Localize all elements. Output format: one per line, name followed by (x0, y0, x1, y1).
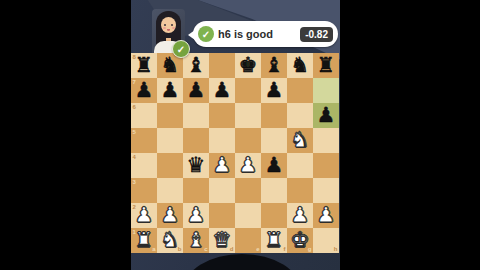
square-a5[interactable]: 5 (131, 128, 157, 153)
square-g2[interactable]: ♟ (287, 203, 313, 228)
square-d2[interactable] (209, 203, 235, 228)
square-d7[interactable]: ♟ (209, 78, 235, 103)
square-h6[interactable]: ♟ (313, 103, 339, 128)
square-f7[interactable]: ♟ (261, 78, 287, 103)
square-d3[interactable] (209, 178, 235, 203)
square-e3[interactable] (235, 178, 261, 203)
square-g4[interactable] (287, 153, 313, 178)
file-label-h: h (334, 246, 338, 252)
square-b4[interactable] (157, 153, 183, 178)
piece-white-pawn: ♟ (157, 203, 183, 228)
piece-black-queen: ♛ (183, 153, 209, 178)
square-e4[interactable]: ♟ (235, 153, 261, 178)
square-c4[interactable]: ♛ (183, 153, 209, 178)
piece-black-pawn: ♟ (183, 78, 209, 103)
piece-black-pawn: ♟ (313, 103, 339, 128)
move-check-badge-icon: ✓ (172, 40, 190, 58)
piece-white-rook: ♜ (131, 228, 157, 253)
square-b5[interactable] (157, 128, 183, 153)
square-b2[interactable]: ♟ (157, 203, 183, 228)
square-h8[interactable]: ♜ (313, 53, 339, 78)
piece-white-queen: ♛ (209, 228, 235, 253)
square-e2[interactable] (235, 203, 261, 228)
piece-black-king: ♚ (235, 53, 261, 78)
square-f5[interactable] (261, 128, 287, 153)
rank-label-3: 3 (133, 179, 136, 185)
piece-white-pawn: ♟ (131, 203, 157, 228)
piece-white-knight: ♞ (157, 228, 183, 253)
piece-white-bishop: ♝ (183, 228, 209, 253)
piece-white-king: ♚ (287, 228, 313, 253)
square-e5[interactable] (235, 128, 261, 153)
square-g6[interactable] (287, 103, 313, 128)
square-e1[interactable]: e (235, 228, 261, 253)
square-d6[interactable] (209, 103, 235, 128)
square-c8[interactable]: ♝ (183, 53, 209, 78)
square-d5[interactable] (209, 128, 235, 153)
square-g8[interactable]: ♞ (287, 53, 313, 78)
square-f1[interactable]: f♜ (261, 228, 287, 253)
piece-black-knight: ♞ (287, 53, 313, 78)
square-b6[interactable] (157, 103, 183, 128)
rank-label-4: 4 (133, 154, 136, 160)
piece-white-pawn: ♟ (287, 203, 313, 228)
square-e7[interactable] (235, 78, 261, 103)
avatar-blush (172, 27, 175, 29)
square-h2[interactable]: ♟ (313, 203, 339, 228)
piece-black-pawn: ♟ (261, 153, 287, 178)
avatar-eye (164, 24, 166, 26)
rank-label-6: 6 (133, 104, 136, 110)
piece-white-knight: ♞ (287, 128, 313, 153)
square-d1[interactable]: d♛ (209, 228, 235, 253)
evaluation-badge: -0.82 (300, 27, 333, 42)
square-c5[interactable] (183, 128, 209, 153)
square-b7[interactable]: ♟ (157, 78, 183, 103)
square-a3[interactable]: 3 (131, 178, 157, 203)
square-c7[interactable]: ♟ (183, 78, 209, 103)
square-g3[interactable] (287, 178, 313, 203)
avatar-eye (171, 24, 173, 26)
background-art (183, 254, 301, 270)
square-h5[interactable] (313, 128, 339, 153)
piece-black-rook: ♜ (313, 53, 339, 78)
square-h7[interactable] (313, 78, 339, 103)
square-f3[interactable] (261, 178, 287, 203)
piece-white-pawn: ♟ (209, 153, 235, 178)
square-c1[interactable]: c♝ (183, 228, 209, 253)
square-a2[interactable]: 2♟ (131, 203, 157, 228)
coach-speech-bubble: ✓ h6 is good -0.82 (193, 21, 338, 47)
square-a1[interactable]: 1a♜ (131, 228, 157, 253)
avatar-mouth (167, 29, 170, 31)
piece-black-bishop: ♝ (183, 53, 209, 78)
square-f2[interactable] (261, 203, 287, 228)
square-a7[interactable]: 7♟ (131, 78, 157, 103)
square-h1[interactable]: h (313, 228, 339, 253)
good-move-check-icon: ✓ (198, 26, 214, 42)
square-b3[interactable] (157, 178, 183, 203)
square-d8[interactable] (209, 53, 235, 78)
square-g7[interactable] (287, 78, 313, 103)
square-a6[interactable]: 6 (131, 103, 157, 128)
piece-white-pawn: ♟ (235, 153, 261, 178)
piece-black-pawn: ♟ (157, 78, 183, 103)
piece-white-pawn: ♟ (313, 203, 339, 228)
square-g5[interactable]: ♞ (287, 128, 313, 153)
square-a8[interactable]: 8♜ (131, 53, 157, 78)
square-a4[interactable]: 4 (131, 153, 157, 178)
chess-board: 8♜♞♝♚♝♞♜7♟♟♟♟♟6♟5♞4♛♟♟♟32♟♟♟♟♟1a♜b♞c♝d♛e… (131, 53, 339, 253)
square-h3[interactable] (313, 178, 339, 203)
piece-black-rook: ♜ (131, 53, 157, 78)
square-g1[interactable]: g♚ (287, 228, 313, 253)
square-d4[interactable]: ♟ (209, 153, 235, 178)
square-f8[interactable]: ♝ (261, 53, 287, 78)
square-e6[interactable] (235, 103, 261, 128)
avatar-blush (163, 27, 166, 29)
square-c3[interactable] (183, 178, 209, 203)
square-h4[interactable] (313, 153, 339, 178)
square-c6[interactable] (183, 103, 209, 128)
piece-white-pawn: ♟ (183, 203, 209, 228)
file-label-e: e (256, 246, 259, 252)
square-f6[interactable] (261, 103, 287, 128)
square-e8[interactable]: ♚ (235, 53, 261, 78)
screen: ✓ h6 is good -0.82 8♜♞♝♚♝♞♜7♟♟♟♟♟6♟5♞4♛♟… (0, 0, 480, 270)
piece-black-pawn: ♟ (131, 78, 157, 103)
piece-black-pawn: ♟ (261, 78, 287, 103)
piece-white-rook: ♜ (261, 228, 287, 253)
piece-black-pawn: ♟ (209, 78, 235, 103)
square-c2[interactable]: ♟ (183, 203, 209, 228)
piece-black-bishop: ♝ (261, 53, 287, 78)
rank-label-5: 5 (133, 129, 136, 135)
coach-message: h6 is good (218, 28, 296, 40)
square-b1[interactable]: b♞ (157, 228, 183, 253)
square-f4[interactable]: ♟ (261, 153, 287, 178)
